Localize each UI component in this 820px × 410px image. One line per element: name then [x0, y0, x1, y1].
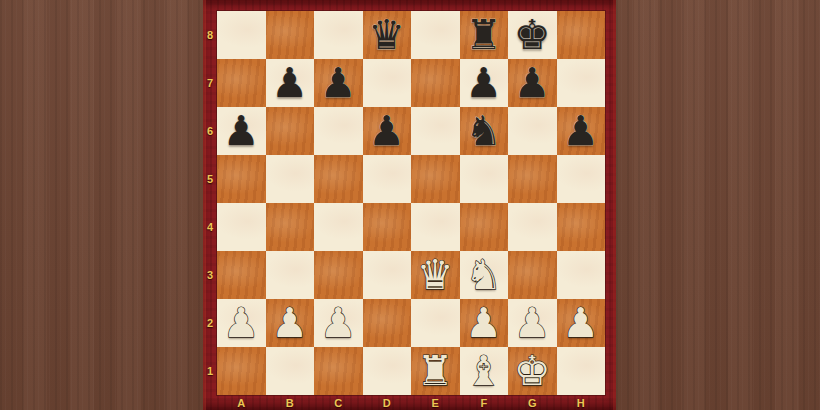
- square-g8[interactable]: ♚: [508, 11, 557, 59]
- square-d6[interactable]: ♟: [363, 107, 412, 155]
- square-f4[interactable]: [460, 203, 509, 251]
- square-a1[interactable]: [217, 347, 266, 395]
- rank-label-7: 7: [203, 59, 217, 107]
- square-f1[interactable]: ♝: [460, 347, 509, 395]
- piece-black-pawn[interactable]: ♟: [266, 59, 315, 107]
- rank-label-4: 4: [203, 203, 217, 251]
- square-d4[interactable]: [363, 203, 412, 251]
- square-f7[interactable]: ♟: [460, 59, 509, 107]
- square-c3[interactable]: [314, 251, 363, 299]
- piece-black-pawn[interactable]: ♟: [217, 107, 266, 155]
- piece-white-knight[interactable]: ♞: [460, 251, 509, 299]
- square-e7[interactable]: [411, 59, 460, 107]
- square-f8[interactable]: ♜: [460, 11, 509, 59]
- square-f2[interactable]: ♟: [460, 299, 509, 347]
- square-h5[interactable]: [557, 155, 606, 203]
- square-d3[interactable]: [363, 251, 412, 299]
- piece-black-pawn[interactable]: ♟: [460, 59, 509, 107]
- square-a8[interactable]: [217, 11, 266, 59]
- rank-label-1: 1: [203, 347, 217, 395]
- square-b3[interactable]: [266, 251, 315, 299]
- square-b7[interactable]: ♟: [266, 59, 315, 107]
- square-c6[interactable]: [314, 107, 363, 155]
- square-e1[interactable]: ♜: [411, 347, 460, 395]
- square-d7[interactable]: [363, 59, 412, 107]
- piece-black-pawn[interactable]: ♟: [557, 107, 606, 155]
- piece-white-pawn[interactable]: ♟: [508, 299, 557, 347]
- square-b8[interactable]: [266, 11, 315, 59]
- rank-label-5: 5: [203, 155, 217, 203]
- square-e2[interactable]: [411, 299, 460, 347]
- piece-white-pawn[interactable]: ♟: [460, 299, 509, 347]
- square-g2[interactable]: ♟: [508, 299, 557, 347]
- piece-white-pawn[interactable]: ♟: [266, 299, 315, 347]
- square-c7[interactable]: ♟: [314, 59, 363, 107]
- square-g5[interactable]: [508, 155, 557, 203]
- rank-label-2: 2: [203, 299, 217, 347]
- piece-black-pawn[interactable]: ♟: [314, 59, 363, 107]
- square-a2[interactable]: ♟: [217, 299, 266, 347]
- square-h3[interactable]: [557, 251, 606, 299]
- square-g1[interactable]: ♚: [508, 347, 557, 395]
- square-d8[interactable]: ♛: [363, 11, 412, 59]
- square-b1[interactable]: [266, 347, 315, 395]
- piece-white-queen[interactable]: ♛: [411, 251, 460, 299]
- square-h1[interactable]: [557, 347, 606, 395]
- square-g4[interactable]: [508, 203, 557, 251]
- square-c2[interactable]: ♟: [314, 299, 363, 347]
- square-d5[interactable]: [363, 155, 412, 203]
- chessboard[interactable]: ♛♜♚♟♟♟♟♟♟♞♟♛♞♟♟♟♟♟♟♜♝♚: [217, 11, 605, 395]
- rank-label-3: 3: [203, 251, 217, 299]
- square-a7[interactable]: [217, 59, 266, 107]
- square-h8[interactable]: [557, 11, 606, 59]
- square-h2[interactable]: ♟: [557, 299, 606, 347]
- square-d1[interactable]: [363, 347, 412, 395]
- piece-white-bishop[interactable]: ♝: [460, 347, 509, 395]
- square-a3[interactable]: [217, 251, 266, 299]
- square-d2[interactable]: [363, 299, 412, 347]
- file-labels: ABCDEFGH: [217, 395, 605, 410]
- file-label-b: B: [266, 395, 315, 410]
- square-e6[interactable]: [411, 107, 460, 155]
- piece-white-rook[interactable]: ♜: [411, 347, 460, 395]
- square-h4[interactable]: [557, 203, 606, 251]
- piece-black-queen[interactable]: ♛: [363, 11, 412, 59]
- square-h7[interactable]: [557, 59, 606, 107]
- square-e3[interactable]: ♛: [411, 251, 460, 299]
- square-b5[interactable]: [266, 155, 315, 203]
- piece-white-king[interactable]: ♚: [508, 347, 557, 395]
- rank-labels: 87654321: [203, 11, 217, 395]
- chessboard-frame: 87654321 ♛♜♚♟♟♟♟♟♟♞♟♛♞♟♟♟♟♟♟♜♝♚ ABCDEFGH: [203, 0, 616, 410]
- square-a5[interactable]: [217, 155, 266, 203]
- rank-label-6: 6: [203, 107, 217, 155]
- square-e4[interactable]: [411, 203, 460, 251]
- square-f6[interactable]: ♞: [460, 107, 509, 155]
- square-e5[interactable]: [411, 155, 460, 203]
- square-b2[interactable]: ♟: [266, 299, 315, 347]
- file-label-a: A: [217, 395, 266, 410]
- square-a4[interactable]: [217, 203, 266, 251]
- piece-white-pawn[interactable]: ♟: [557, 299, 606, 347]
- square-c5[interactable]: [314, 155, 363, 203]
- square-f5[interactable]: [460, 155, 509, 203]
- square-c4[interactable]: [314, 203, 363, 251]
- piece-black-knight[interactable]: ♞: [460, 107, 509, 155]
- piece-white-pawn[interactable]: ♟: [217, 299, 266, 347]
- square-g6[interactable]: [508, 107, 557, 155]
- square-e8[interactable]: [411, 11, 460, 59]
- square-c8[interactable]: [314, 11, 363, 59]
- square-f3[interactable]: ♞: [460, 251, 509, 299]
- square-g3[interactable]: [508, 251, 557, 299]
- file-label-e: E: [411, 395, 460, 410]
- piece-black-pawn[interactable]: ♟: [363, 107, 412, 155]
- file-label-h: H: [557, 395, 606, 410]
- piece-black-rook[interactable]: ♜: [460, 11, 509, 59]
- square-h6[interactable]: ♟: [557, 107, 606, 155]
- file-label-d: D: [363, 395, 412, 410]
- square-b6[interactable]: [266, 107, 315, 155]
- file-label-f: F: [460, 395, 509, 410]
- piece-black-king[interactable]: ♚: [508, 11, 557, 59]
- square-a6[interactable]: ♟: [217, 107, 266, 155]
- rank-label-8: 8: [203, 11, 217, 59]
- piece-black-pawn[interactable]: ♟: [508, 59, 557, 107]
- file-label-c: C: [314, 395, 363, 410]
- file-label-g: G: [508, 395, 557, 410]
- square-b4[interactable]: [266, 203, 315, 251]
- piece-white-pawn[interactable]: ♟: [314, 299, 363, 347]
- square-g7[interactable]: ♟: [508, 59, 557, 107]
- square-c1[interactable]: [314, 347, 363, 395]
- wood-background: 87654321 ♛♜♚♟♟♟♟♟♟♞♟♛♞♟♟♟♟♟♟♜♝♚ ABCDEFGH: [0, 0, 820, 410]
